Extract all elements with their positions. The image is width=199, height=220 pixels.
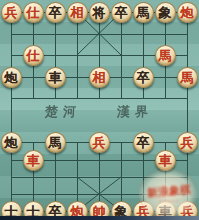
piece-red-chariot[interactable]: 車 <box>155 150 176 171</box>
piece-black-cannon[interactable]: 炮 <box>1 132 22 153</box>
bottom-edge-strip <box>0 216 199 220</box>
piece-red-cannon[interactable]: 炮 <box>177 2 198 23</box>
piece-black-horse[interactable]: 馬 <box>45 132 66 153</box>
watermark-subtext: ~~~~~ <box>150 198 188 204</box>
piece-red-soldier[interactable]: 兵 <box>89 132 110 153</box>
piece-black-soldier[interactable]: 卒 <box>133 67 154 88</box>
xiangqi-board: 楚河 漢界 兵仕卒相将卒馬象炮仕馬炮車相卒馬炮馬兵卒兵車車士士卒炮帥象兵車兵 新… <box>0 0 199 220</box>
piece-black-elephant[interactable]: 象 <box>155 2 176 23</box>
river-label-chuhe: 楚河 <box>40 103 87 121</box>
piece-red-elephant[interactable]: 相 <box>89 67 110 88</box>
piece-red-horse[interactable]: 馬 <box>155 45 176 66</box>
piece-black-chariot[interactable]: 車 <box>45 67 66 88</box>
piece-black-soldier[interactable]: 卒 <box>133 132 154 153</box>
piece-red-soldier[interactable]: 兵 <box>177 132 198 153</box>
piece-red-elephant[interactable]: 相 <box>67 2 88 23</box>
piece-black-horse[interactable]: 馬 <box>133 2 154 23</box>
piece-red-soldier[interactable]: 兵 <box>1 2 22 23</box>
piece-red-advisor[interactable]: 仕 <box>23 45 44 66</box>
watermark-stamp: 新浪象棋 ~~~~~ <box>139 169 197 219</box>
piece-black-general[interactable]: 将 <box>89 2 110 23</box>
top-palace-center-dot <box>98 33 100 35</box>
river-label-hanjie: 漢界 <box>112 103 159 121</box>
piece-red-advisor[interactable]: 仕 <box>23 2 44 23</box>
piece-black-soldier[interactable]: 卒 <box>111 2 132 23</box>
piece-black-cannon[interactable]: 炮 <box>1 67 22 88</box>
piece-red-chariot[interactable]: 車 <box>23 150 44 171</box>
piece-red-horse[interactable]: 馬 <box>177 67 198 88</box>
piece-black-soldier[interactable]: 卒 <box>45 2 66 23</box>
